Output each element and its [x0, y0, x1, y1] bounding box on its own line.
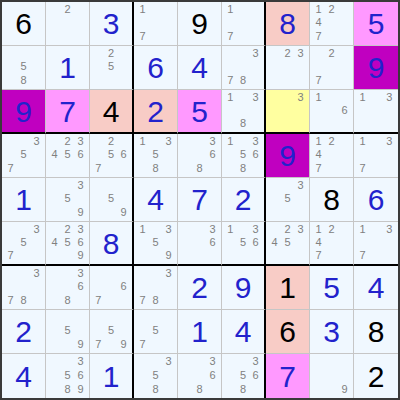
cell-value: 4 [15, 361, 32, 392]
candidate-digit [338, 162, 351, 175]
candidate-grid: 378 [134, 266, 177, 309]
cell-r7c3[interactable]: 67 [90, 266, 134, 310]
candidate-grid: 2 [46, 2, 89, 45]
cell-r1c7[interactable]: 8 [266, 2, 310, 46]
candidate-digit: 1 [356, 91, 369, 104]
candidate-digit: 3 [383, 223, 396, 236]
cell-r4c6[interactable]: 13568 [222, 134, 266, 178]
candidate-digit [237, 47, 250, 60]
cell-r7c1[interactable]: 378 [2, 266, 46, 310]
candidate-digit [48, 30, 61, 43]
candidate-digit [117, 135, 130, 148]
candidate-digit: 8 [193, 382, 206, 396]
candidate-digit [294, 60, 307, 73]
candidate-digit [48, 294, 61, 307]
cell-r8c5[interactable]: 1 [178, 310, 222, 354]
cell-r7c6[interactable]: 9 [222, 266, 266, 310]
candidate-digit: 9 [117, 338, 130, 351]
cell-r1c2[interactable]: 2 [46, 2, 90, 46]
candidate-digit: 3 [294, 47, 307, 60]
candidate-grid: 357 [2, 134, 45, 177]
cell-value: 1 [191, 316, 208, 347]
candidate-digit [30, 60, 43, 73]
candidate-grid: 57 [134, 310, 177, 353]
candidate-digit [338, 355, 351, 369]
candidate-grid: 35 [266, 178, 309, 221]
candidate-digit [136, 311, 149, 324]
cell-r1c3[interactable]: 3 [90, 2, 134, 46]
candidate-digit [74, 294, 87, 307]
cell-r7c8[interactable]: 5 [310, 266, 354, 310]
cell-r1c8[interactable]: 1247 [310, 2, 354, 46]
candidate-digit [30, 249, 43, 262]
cell-value: 2 [147, 96, 164, 127]
cell-r7c5[interactable]: 2 [178, 266, 222, 310]
candidate-digit: 1 [136, 3, 149, 16]
candidate-digit [325, 249, 338, 262]
candidate-digit [17, 135, 30, 148]
candidate-digit: 7 [224, 74, 237, 87]
candidate-digit: 1 [312, 223, 325, 236]
cell-r2c4[interactable]: 6 [134, 46, 178, 90]
candidate-digit [224, 162, 237, 175]
cell-r3c6[interactable]: 138 [222, 90, 266, 134]
cell-r4c3[interactable]: 2567 [90, 134, 134, 178]
cell-r5c1[interactable]: 1 [2, 178, 46, 222]
candidate-digit [17, 47, 30, 60]
cell-r7c7[interactable]: 1 [266, 266, 310, 310]
candidate-digit [325, 369, 338, 383]
candidate-digit [325, 382, 338, 396]
candidate-grid: 36 [178, 222, 221, 264]
candidate-digit: 3 [249, 355, 262, 369]
cell-r1c6[interactable]: 17 [222, 2, 266, 46]
cell-r6c4[interactable]: 1359 [134, 222, 178, 266]
candidate-digit: 1 [312, 3, 325, 16]
candidate-digit: 7 [4, 294, 17, 307]
candidate-digit [249, 74, 262, 87]
candidate-grid: 13 [354, 90, 398, 132]
cell-r9c2[interactable]: 35689 [46, 354, 90, 398]
cell-value: 2 [235, 184, 252, 215]
cell-r1c1[interactable]: 6 [2, 2, 46, 46]
candidate-digit [162, 16, 175, 29]
candidate-digit: 4 [268, 236, 281, 249]
candidate-digit: 3 [162, 355, 175, 369]
cell-value: 7 [59, 96, 76, 127]
cell-r4c2[interactable]: 23456 [46, 134, 90, 178]
candidate-digit [325, 30, 338, 43]
candidate-digit: 8 [61, 294, 74, 307]
candidate-digit: 7 [136, 338, 149, 351]
cell-r5c2[interactable]: 359 [46, 178, 90, 222]
cell-r2c3[interactable]: 25 [90, 46, 134, 90]
candidate-digit [149, 223, 162, 236]
candidate-digit [369, 223, 382, 236]
candidate-digit: 6 [74, 369, 87, 383]
candidate-digit [338, 369, 351, 383]
candidate-digit [117, 60, 130, 73]
candidate-grid: 58 [2, 46, 45, 89]
cell-value: 9 [279, 140, 296, 171]
candidate-digit [224, 236, 237, 249]
candidate-digit: 8 [237, 382, 250, 396]
candidate-digit [48, 382, 61, 396]
candidate-digit [162, 311, 175, 324]
candidate-digit [180, 236, 193, 249]
cell-r9c6[interactable]: 3568 [222, 354, 266, 398]
cell-r2c7[interactable]: 23 [266, 46, 310, 90]
cell-r5c8[interactable]: 8 [310, 178, 354, 222]
cell-r3c7[interactable]: 3 [266, 90, 310, 134]
candidate-digit [206, 162, 219, 175]
candidate-digit [92, 74, 105, 87]
cell-r8c6[interactable]: 4 [222, 310, 266, 354]
candidate-digit [180, 162, 193, 175]
candidate-digit [48, 355, 61, 369]
candidate-digit [237, 3, 250, 16]
candidate-digit [325, 104, 338, 117]
candidate-grid: 2567 [90, 134, 132, 177]
candidate-digit [224, 355, 237, 369]
candidate-digit: 5 [61, 324, 74, 337]
candidate-digit [61, 16, 74, 29]
candidate-digit [206, 249, 219, 262]
candidate-digit [237, 104, 250, 117]
candidate-digit: 2 [61, 135, 74, 148]
candidate-digit: 5 [281, 192, 294, 205]
candidate-digit [4, 74, 17, 87]
candidate-digit [338, 135, 351, 148]
cell-r4c1[interactable]: 357 [2, 134, 46, 178]
candidate-digit: 8 [149, 382, 162, 396]
candidate-digit [383, 104, 396, 117]
candidate-digit [249, 104, 262, 117]
candidate-digit [30, 47, 43, 60]
candidate-digit [281, 206, 294, 219]
candidate-grid: 137 [354, 134, 398, 177]
candidate-digit [136, 267, 149, 280]
candidate-digit: 7 [312, 249, 325, 262]
candidate-digit [237, 30, 250, 43]
cell-r5c4[interactable]: 4 [134, 178, 178, 222]
candidate-digit: 1 [224, 91, 237, 104]
candidate-digit: 6 [338, 104, 351, 117]
cell-r8c1[interactable]: 2 [2, 310, 46, 354]
candidate-grid: 1358 [134, 134, 177, 177]
candidate-digit [117, 267, 130, 280]
candidate-digit: 5 [61, 236, 74, 249]
candidate-grid: 23 [266, 46, 309, 89]
candidate-digit: 3 [294, 179, 307, 192]
cell-r4c8[interactable]: 1247 [310, 134, 354, 178]
candidate-digit [30, 236, 43, 249]
candidate-digit [338, 30, 351, 43]
candidate-digit [105, 338, 118, 351]
candidate-digit [383, 162, 396, 175]
candidate-digit [4, 267, 17, 280]
candidate-digit [249, 117, 262, 130]
candidate-digit [193, 355, 206, 369]
candidate-digit: 6 [206, 236, 219, 249]
candidate-digit [224, 369, 237, 383]
candidate-grid: 1359 [134, 222, 177, 264]
candidate-digit [249, 382, 262, 396]
cell-r2c1[interactable]: 58 [2, 46, 46, 90]
candidate-digit [117, 74, 130, 87]
cell-r1c9[interactable]: 5 [354, 2, 398, 46]
cell-value: 7 [191, 184, 208, 215]
candidate-digit [48, 280, 61, 293]
candidate-digit: 5 [105, 60, 118, 73]
candidate-digit: 7 [136, 294, 149, 307]
candidate-digit [74, 30, 87, 43]
candidate-digit [268, 47, 281, 60]
candidate-grid: 357 [2, 222, 45, 264]
cell-r3c5[interactable]: 5 [178, 90, 222, 134]
cell-r2c9[interactable]: 9 [354, 46, 398, 90]
cell-value: 4 [103, 96, 120, 127]
cell-r5c9[interactable]: 6 [354, 178, 398, 222]
cell-r8c9[interactable]: 8 [354, 310, 398, 354]
cell-value: 4 [191, 52, 208, 83]
candidate-digit: 1 [136, 135, 149, 148]
cell-value: 9 [235, 272, 252, 303]
cell-value: 9 [15, 96, 32, 127]
candidate-digit [162, 162, 175, 175]
candidate-digit: 3 [206, 135, 219, 148]
cell-r2c8[interactable]: 27 [310, 46, 354, 90]
candidate-digit [92, 267, 105, 280]
candidate-digit [92, 179, 105, 192]
cell-r8c4[interactable]: 57 [134, 310, 178, 354]
cell-r8c3[interactable]: 579 [90, 310, 134, 354]
candidate-digit: 5 [149, 324, 162, 337]
candidate-digit: 6 [249, 369, 262, 383]
candidate-digit [61, 355, 74, 369]
cell-r3c9[interactable]: 13 [354, 90, 398, 134]
candidate-grid: 17 [134, 2, 177, 45]
candidate-digit: 9 [74, 382, 87, 396]
candidate-grid: 59 [46, 310, 89, 353]
cell-r3c1[interactable]: 9 [2, 90, 46, 134]
candidate-digit [224, 16, 237, 29]
cell-r4c7[interactable]: 9 [266, 134, 310, 178]
cell-value: 1 [103, 361, 120, 392]
candidate-digit: 8 [237, 162, 250, 175]
candidate-digit [369, 249, 382, 262]
cell-value: 1 [59, 52, 76, 83]
cell-r6c7[interactable]: 2345 [266, 222, 310, 266]
cell-value: 4 [147, 184, 164, 215]
candidate-digit [61, 311, 74, 324]
cell-r4c9[interactable]: 137 [354, 134, 398, 178]
candidate-grid: 13568 [222, 134, 264, 177]
candidate-digit [325, 91, 338, 104]
candidate-digit: 6 [117, 148, 130, 161]
cell-r6c5[interactable]: 36 [178, 222, 222, 266]
candidate-digit [268, 74, 281, 87]
candidate-digit: 2 [325, 47, 338, 60]
candidate-digit: 2 [325, 3, 338, 16]
candidate-digit [105, 280, 118, 293]
cell-r8c8[interactable]: 3 [310, 310, 354, 354]
cell-r8c7[interactable]: 6 [266, 310, 310, 354]
candidate-digit [105, 74, 118, 87]
candidate-digit [61, 162, 74, 175]
candidate-digit: 3 [162, 135, 175, 148]
candidate-digit [383, 148, 396, 161]
candidate-digit: 6 [249, 236, 262, 249]
cell-r6c9[interactable]: 137 [354, 222, 398, 266]
cell-r6c1[interactable]: 357 [2, 222, 46, 266]
candidate-digit [369, 104, 382, 117]
candidate-digit [325, 60, 338, 73]
candidate-digit [294, 74, 307, 87]
cell-r6c6[interactable]: 1356 [222, 222, 266, 266]
candidate-digit: 5 [281, 236, 294, 249]
candidate-digit [149, 249, 162, 262]
cell-r5c6[interactable]: 2 [222, 178, 266, 222]
candidate-digit [180, 355, 193, 369]
cell-r9c1[interactable]: 4 [2, 354, 46, 398]
candidate-digit [48, 135, 61, 148]
cell-r3c2[interactable]: 7 [46, 90, 90, 134]
cell-r9c7[interactable]: 7 [266, 354, 310, 398]
candidate-digit: 5 [17, 60, 30, 73]
candidate-digit: 7 [4, 249, 17, 262]
cell-r8c2[interactable]: 59 [46, 310, 90, 354]
candidate-digit [48, 3, 61, 16]
candidate-digit: 5 [149, 236, 162, 249]
cell-r9c8[interactable]: 9 [310, 354, 354, 398]
candidate-digit [193, 135, 206, 148]
cell-value: 6 [368, 184, 385, 215]
cell-r4c4[interactable]: 1358 [134, 134, 178, 178]
candidate-digit: 6 [74, 148, 87, 161]
candidate-digit [162, 3, 175, 16]
candidate-digit: 3 [30, 267, 43, 280]
cell-r9c9[interactable]: 2 [354, 354, 398, 398]
cell-r6c3[interactable]: 8 [90, 222, 134, 266]
candidate-digit [48, 249, 61, 262]
cell-r2c6[interactable]: 378 [222, 46, 266, 90]
candidate-digit [325, 74, 338, 87]
cell-r9c4[interactable]: 358 [134, 354, 178, 398]
candidate-digit [294, 117, 307, 130]
candidate-grid: 138 [222, 90, 264, 132]
cell-value: 2 [15, 316, 32, 347]
cell-r3c4[interactable]: 2 [134, 90, 178, 134]
cell-r6c8[interactable]: 1247 [310, 222, 354, 266]
cell-r9c5[interactable]: 368 [178, 354, 222, 398]
candidate-digit [4, 47, 17, 60]
candidate-digit: 2 [281, 223, 294, 236]
candidate-digit: 5 [105, 148, 118, 161]
cell-r3c3[interactable]: 4 [90, 90, 134, 134]
cell-r7c4[interactable]: 378 [134, 266, 178, 310]
candidate-digit [294, 192, 307, 205]
cell-r5c7[interactable]: 35 [266, 178, 310, 222]
candidate-digit: 5 [105, 324, 118, 337]
candidate-digit: 5 [237, 236, 250, 249]
cell-r5c3[interactable]: 59 [90, 178, 134, 222]
candidate-digit: 5 [61, 369, 74, 383]
candidate-digit [224, 47, 237, 60]
candidate-digit: 2 [281, 47, 294, 60]
candidate-digit: 3 [383, 135, 396, 148]
candidate-digit [180, 148, 193, 161]
candidate-digit [117, 179, 130, 192]
cell-r6c2[interactable]: 234569 [46, 222, 90, 266]
cell-r3c8[interactable]: 16 [310, 90, 354, 134]
candidate-digit [48, 338, 61, 351]
candidate-digit [74, 311, 87, 324]
candidate-digit [74, 192, 87, 205]
candidate-digit [92, 135, 105, 148]
candidate-digit [268, 60, 281, 73]
candidate-digit [92, 206, 105, 219]
candidate-digit [325, 355, 338, 369]
candidate-grid: 359 [46, 178, 89, 221]
candidate-digit: 9 [74, 249, 87, 262]
candidate-digit: 3 [294, 223, 307, 236]
candidate-digit [325, 16, 338, 29]
cell-value: 6 [147, 52, 164, 83]
cell-r1c4[interactable]: 17 [134, 2, 178, 46]
candidate-digit: 3 [249, 135, 262, 148]
candidate-digit [383, 249, 396, 262]
candidate-digit [249, 16, 262, 29]
candidate-digit [294, 104, 307, 117]
candidate-digit [268, 91, 281, 104]
cell-r4c5[interactable]: 368 [178, 134, 222, 178]
candidate-digit [162, 382, 175, 396]
cell-value: 1 [15, 184, 32, 215]
cell-value: 8 [103, 228, 120, 259]
cell-value: 8 [368, 316, 385, 347]
candidate-digit: 2 [105, 47, 118, 60]
candidate-digit: 3 [249, 91, 262, 104]
cell-r7c2[interactable]: 368 [46, 266, 90, 310]
candidate-digit [281, 117, 294, 130]
candidate-digit [356, 236, 369, 249]
candidate-grid: 67 [90, 266, 132, 309]
cell-value: 5 [191, 96, 208, 127]
candidate-digit [325, 162, 338, 175]
candidate-digit [136, 324, 149, 337]
cell-r7c9[interactable]: 4 [354, 266, 398, 310]
candidate-digit: 9 [338, 382, 351, 396]
candidate-digit [224, 117, 237, 130]
cell-r2c2[interactable]: 1 [46, 46, 90, 90]
candidate-digit: 5 [105, 192, 118, 205]
cell-r1c5[interactable]: 9 [178, 2, 222, 46]
candidate-digit [249, 249, 262, 262]
candidate-digit [136, 148, 149, 161]
candidate-digit [48, 206, 61, 219]
cell-r2c5[interactable]: 4 [178, 46, 222, 90]
candidate-digit [369, 162, 382, 175]
candidate-digit: 3 [206, 355, 219, 369]
candidate-digit [17, 223, 30, 236]
candidate-digit [92, 324, 105, 337]
cell-r9c3[interactable]: 1 [90, 354, 134, 398]
candidate-digit [4, 148, 17, 161]
candidate-digit [61, 30, 74, 43]
candidate-digit [30, 280, 43, 293]
cell-r5c5[interactable]: 7 [178, 178, 222, 222]
